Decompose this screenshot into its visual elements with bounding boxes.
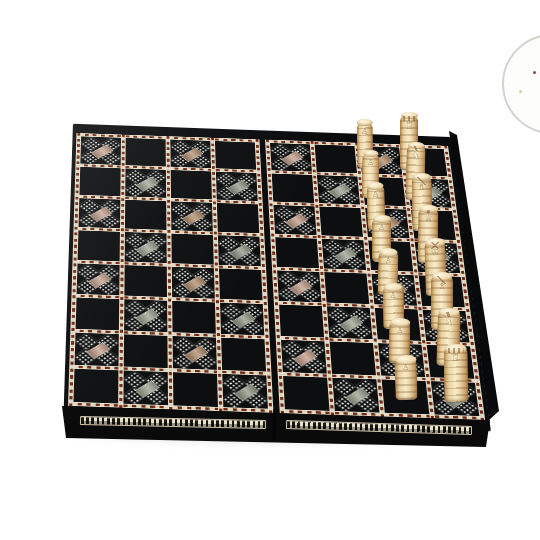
square-r4-c1 [124,265,167,297]
square-r0-c5 [315,145,357,174]
carved-knight-mark [441,311,457,316]
board-left-half [68,133,273,413]
square-r4-c5 [324,272,369,304]
piece-top-cap [357,119,372,126]
square-r2-c0 [79,198,121,228]
queen-glyph: ♕ [419,213,440,224]
square-r5-c2 [172,301,216,334]
square-r4-c2 [172,267,215,299]
pawn-glyph: ♙ [367,190,385,199]
square-r7-c4 [283,376,329,411]
square-r6-c3 [221,338,266,372]
square-r3-c4 [275,237,319,268]
carved-king-mark [427,242,442,249]
piece-top-cap [363,150,379,158]
piece-top-cap [367,182,384,190]
square-r6-c5 [330,342,376,376]
white-rook: ♖ [444,346,468,401]
square-r2-c3 [217,203,259,233]
carved-knight-mark [410,146,423,151]
product-photo-scene: ♙♖♙♘♙♗♙♕♙♔♙♗♙♘♙♖ [0,0,540,540]
piece-top-cap [379,248,398,257]
pawn-glyph: ♙ [383,291,404,300]
background-arc [502,34,540,134]
square-r1-c1 [125,168,166,197]
square-r5-c5 [327,306,373,339]
square-r4-c3 [219,268,263,300]
piece-top-cap [390,318,410,328]
square-r0-c4 [270,143,312,172]
carved-queen-mark [422,209,436,214]
pawn-glyph: ♙ [372,223,391,232]
square-r5-c1 [124,299,167,332]
square-r7-c1 [123,371,168,406]
square-r6-c4 [281,340,327,374]
square-r3-c5 [322,239,366,270]
pawn-glyph: ♙ [356,127,372,136]
square-r1-c5 [317,175,360,204]
square-r1-c3 [216,172,258,201]
square-r3-c0 [78,230,120,261]
square-r1-c0 [79,167,120,196]
square-r2-c2 [171,201,213,231]
square-r5-c0 [76,298,120,331]
square-r3-c2 [171,234,213,265]
square-r6-c2 [173,336,217,370]
square-r1-c2 [171,170,212,199]
piece-top-cap [384,283,403,292]
background-speck [519,90,522,93]
square-r2-c5 [319,207,363,237]
square-r5-c3 [220,303,264,336]
square-r4-c4 [277,270,321,302]
square-r3-c1 [125,232,167,263]
background-speck [533,71,536,74]
square-r3-c3 [218,235,261,266]
square-r5-c4 [279,305,324,338]
square-r6-c1 [124,334,168,368]
square-r7-c3 [222,374,268,409]
square-r0-c0 [80,136,121,165]
piece-top-cap [373,215,391,223]
pawn-glyph: ♙ [389,326,411,335]
white-pawn: ♙ [394,358,417,400]
square-r0-c1 [125,138,165,167]
piece-top-cap [395,355,416,365]
carved-rook-mark [447,347,464,352]
pawn-glyph: ♙ [362,158,379,167]
knight-glyph: ♘ [407,150,426,162]
square-r0-c2 [170,140,211,169]
carved-rook-mark [403,116,416,121]
square-r7-c5 [332,378,379,413]
pawn-glyph: ♙ [378,256,398,266]
rook-glyph: ♖ [400,120,418,131]
square-r2-c1 [125,200,166,230]
square-r4-c0 [77,264,120,296]
square-r7-c0 [73,369,118,404]
carved-bishop-mark [434,276,449,284]
square-r1-c4 [272,174,314,203]
square-r2-c4 [273,205,316,235]
carved-bishop-mark [415,177,429,185]
square-r0-c3 [215,141,256,170]
square-r7-c2 [173,372,218,407]
square-r6-c0 [75,333,119,367]
